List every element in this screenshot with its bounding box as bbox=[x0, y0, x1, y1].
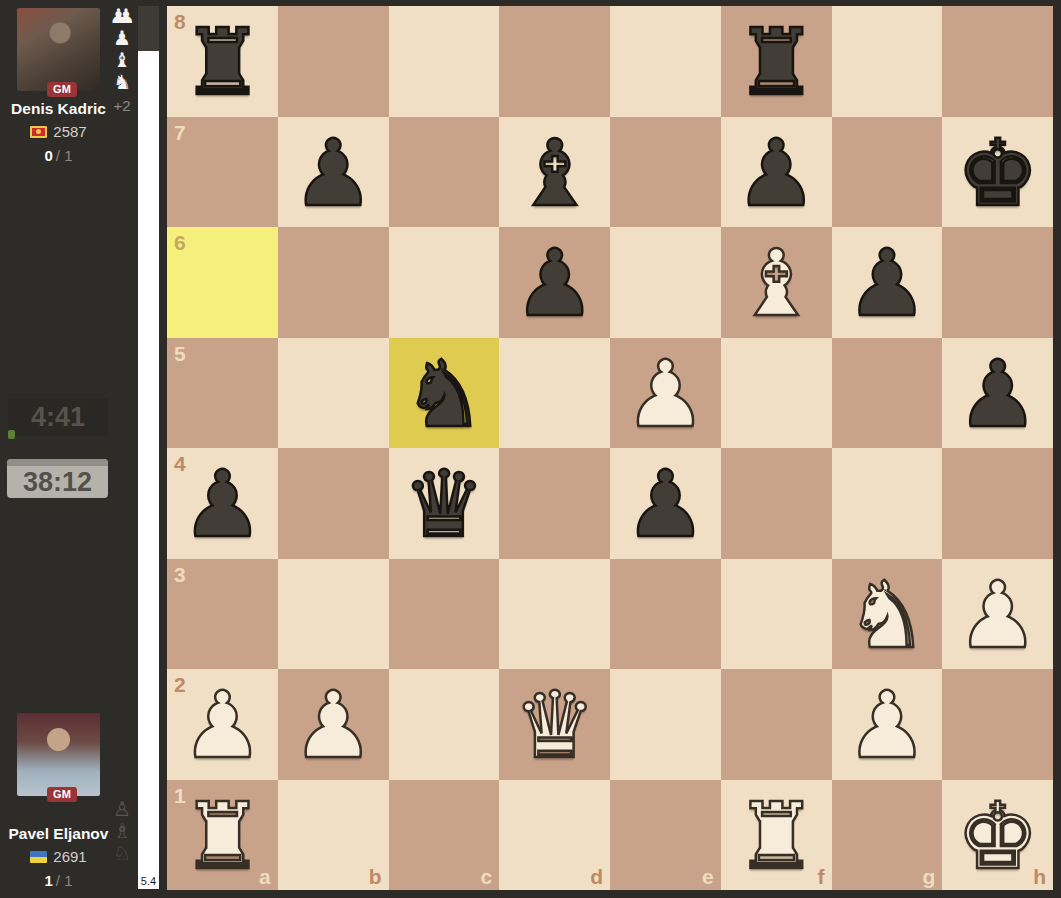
file-label-c: c bbox=[481, 866, 493, 887]
ukraine-flag-icon bbox=[30, 851, 47, 863]
square-f2[interactable] bbox=[721, 669, 832, 780]
player-rating-row-white: 2691 bbox=[0, 848, 117, 865]
square-f3[interactable] bbox=[721, 559, 832, 670]
piece-black-pawn-f7[interactable]: ♟ bbox=[735, 128, 817, 220]
square-h7[interactable]: ♚ bbox=[942, 117, 1053, 228]
player-name-white: Pavel Eljanov bbox=[0, 825, 117, 843]
square-e8[interactable] bbox=[610, 6, 721, 117]
square-a3[interactable]: 3 bbox=[167, 559, 278, 670]
piece-white-knight-g3[interactable]: ♞ bbox=[846, 570, 928, 662]
piece-black-rook-a8[interactable]: ♜ bbox=[181, 17, 263, 109]
square-c5[interactable]: ♞ bbox=[389, 338, 500, 449]
square-g4[interactable] bbox=[832, 448, 943, 559]
square-g7[interactable] bbox=[832, 117, 943, 228]
player-score-black: 0/ 1 bbox=[0, 147, 117, 164]
piece-black-pawn-g6[interactable]: ♟ bbox=[846, 238, 928, 330]
square-h4[interactable] bbox=[942, 448, 1053, 559]
clock-black-time: 4:41 bbox=[31, 402, 85, 432]
rank-label-5: 5 bbox=[174, 343, 186, 364]
player-rating-white: 2691 bbox=[53, 848, 86, 865]
piece-black-bishop-d7[interactable]: ♝ bbox=[513, 128, 595, 220]
captured-pawn-icon: ♙ bbox=[109, 798, 135, 820]
player-name-black: Denis Kadric bbox=[0, 100, 117, 118]
square-f6[interactable]: ♝ bbox=[721, 227, 832, 338]
player-photo-black: GM bbox=[17, 8, 100, 91]
piece-black-pawn-h5[interactable]: ♟ bbox=[956, 349, 1038, 441]
square-g8[interactable] bbox=[832, 6, 943, 117]
gm-badge-black: GM bbox=[47, 82, 77, 97]
square-d3[interactable] bbox=[499, 559, 610, 670]
square-f5[interactable] bbox=[721, 338, 832, 449]
square-d7[interactable]: ♝ bbox=[499, 117, 610, 228]
square-b5[interactable] bbox=[278, 338, 389, 449]
square-c6[interactable] bbox=[389, 227, 500, 338]
captured-pawn-pair-icon: ♟♟ bbox=[109, 5, 135, 27]
square-e3[interactable] bbox=[610, 559, 721, 670]
piece-white-bishop-f6[interactable]: ♝ bbox=[735, 238, 817, 330]
square-h8[interactable] bbox=[942, 6, 1053, 117]
player-photo-white: GM bbox=[17, 713, 100, 796]
square-g6[interactable]: ♟ bbox=[832, 227, 943, 338]
piece-black-pawn-e4[interactable]: ♟ bbox=[624, 459, 706, 551]
eval-bar-black-segment bbox=[138, 6, 159, 51]
square-g2[interactable]: ♟ bbox=[832, 669, 943, 780]
square-h1[interactable]: h♚ bbox=[942, 780, 1053, 891]
piece-white-rook-f1[interactable]: ♜ bbox=[735, 791, 817, 883]
piece-white-queen-d2[interactable]: ♛ bbox=[513, 680, 595, 772]
square-h3[interactable]: ♟ bbox=[942, 559, 1053, 670]
square-f4[interactable] bbox=[721, 448, 832, 559]
app-window: GM Denis Kadric 2587 0/ 1 ♟♟♟♝♞+2 4:41 3… bbox=[0, 0, 1061, 898]
piece-white-pawn-e5[interactable]: ♟ bbox=[624, 349, 706, 441]
square-a8[interactable]: 8♜ bbox=[167, 6, 278, 117]
square-b1[interactable]: b bbox=[278, 780, 389, 891]
piece-black-pawn-d6[interactable]: ♟ bbox=[513, 238, 595, 330]
piece-black-pawn-a4[interactable]: ♟ bbox=[181, 459, 263, 551]
captured-knight-icon: ♘ bbox=[109, 842, 135, 864]
square-d2[interactable]: ♛ bbox=[499, 669, 610, 780]
square-d4[interactable] bbox=[499, 448, 610, 559]
piece-black-knight-c5[interactable]: ♞ bbox=[403, 349, 485, 441]
square-a1[interactable]: 1a♜ bbox=[167, 780, 278, 891]
piece-black-king-h7[interactable]: ♚ bbox=[956, 128, 1038, 220]
square-e6[interactable] bbox=[610, 227, 721, 338]
square-e7[interactable] bbox=[610, 117, 721, 228]
square-c3[interactable] bbox=[389, 559, 500, 670]
square-b2[interactable]: ♟ bbox=[278, 669, 389, 780]
player-rating-row-black: 2587 bbox=[0, 123, 117, 140]
file-label-b: b bbox=[369, 866, 382, 887]
piece-white-pawn-h3[interactable]: ♟ bbox=[956, 570, 1038, 662]
piece-white-rook-a1[interactable]: ♜ bbox=[181, 791, 263, 883]
captured-bishop-icon: ♗ bbox=[109, 820, 135, 842]
file-label-f: f bbox=[818, 866, 825, 887]
square-b6[interactable] bbox=[278, 227, 389, 338]
square-a2[interactable]: 2♟ bbox=[167, 669, 278, 780]
square-c7[interactable] bbox=[389, 117, 500, 228]
square-c2[interactable] bbox=[389, 669, 500, 780]
square-c4[interactable]: ♛ bbox=[389, 448, 500, 559]
score-value-white: 1 bbox=[44, 872, 52, 889]
square-b4[interactable] bbox=[278, 448, 389, 559]
piece-white-pawn-b2[interactable]: ♟ bbox=[292, 680, 374, 772]
square-a6[interactable]: 6 bbox=[167, 227, 278, 338]
montenegro-flag-icon bbox=[30, 126, 47, 138]
clock-white-progress-track bbox=[7, 459, 108, 466]
captured-pieces-black-tray: ♟♟♟♝♞+2 bbox=[109, 5, 135, 114]
square-h5[interactable]: ♟ bbox=[942, 338, 1053, 449]
score-total-white: / 1 bbox=[56, 872, 73, 889]
square-g3[interactable]: ♞ bbox=[832, 559, 943, 670]
gm-badge-white: GM bbox=[47, 787, 77, 802]
square-d5[interactable] bbox=[499, 338, 610, 449]
square-c1[interactable]: c bbox=[389, 780, 500, 891]
piece-white-pawn-a2[interactable]: ♟ bbox=[181, 680, 263, 772]
square-a7[interactable]: 7 bbox=[167, 117, 278, 228]
rank-label-3: 3 bbox=[174, 564, 186, 585]
piece-white-pawn-g2[interactable]: ♟ bbox=[846, 680, 928, 772]
clock-black-progress bbox=[8, 430, 15, 439]
piece-black-queen-c4[interactable]: ♛ bbox=[403, 459, 485, 551]
file-label-e: e bbox=[702, 866, 714, 887]
piece-white-king-h1[interactable]: ♚ bbox=[956, 791, 1038, 883]
clock-white: 38:12 bbox=[7, 459, 108, 498]
square-g1[interactable]: g bbox=[832, 780, 943, 891]
square-f7[interactable]: ♟ bbox=[721, 117, 832, 228]
sidebar: GM Denis Kadric 2587 0/ 1 ♟♟♟♝♞+2 4:41 3… bbox=[0, 0, 138, 898]
square-e4[interactable]: ♟ bbox=[610, 448, 721, 559]
rank-label-7: 7 bbox=[174, 122, 186, 143]
chess-board[interactable]: 8♜♜7♟♝♟♚6♟♝♟5♞♟♟4♟♛♟3♞♟2♟♟♛♟1a♜bcdef♜gh♚ bbox=[167, 6, 1053, 890]
captured-pieces-white-tray: ♙♗♘ bbox=[109, 798, 135, 864]
square-e2[interactable] bbox=[610, 669, 721, 780]
score-total-black: / 1 bbox=[56, 147, 73, 164]
clock-white-time: 38:12 bbox=[7, 466, 108, 498]
square-c8[interactable] bbox=[389, 6, 500, 117]
rank-label-6: 6 bbox=[174, 232, 186, 253]
piece-black-pawn-b7[interactable]: ♟ bbox=[292, 128, 374, 220]
eval-value: 5.4 bbox=[138, 875, 159, 887]
captured-bishop-icon: ♝ bbox=[109, 49, 135, 71]
square-b8[interactable] bbox=[278, 6, 389, 117]
captured-knight-icon: ♞ bbox=[109, 71, 135, 93]
square-g5[interactable] bbox=[832, 338, 943, 449]
square-a4[interactable]: 4♟ bbox=[167, 448, 278, 559]
square-e1[interactable]: e bbox=[610, 780, 721, 891]
file-label-g: g bbox=[922, 866, 935, 887]
score-value-black: 0 bbox=[44, 147, 52, 164]
square-a5[interactable]: 5 bbox=[167, 338, 278, 449]
eval-bar: 5.4 bbox=[138, 6, 159, 889]
player-rating-black: 2587 bbox=[53, 123, 86, 140]
player-score-white: 1/ 1 bbox=[0, 872, 117, 889]
square-f8[interactable]: ♜ bbox=[721, 6, 832, 117]
square-d8[interactable] bbox=[499, 6, 610, 117]
square-d6[interactable]: ♟ bbox=[499, 227, 610, 338]
square-h6[interactable] bbox=[942, 227, 1053, 338]
square-b7[interactable]: ♟ bbox=[278, 117, 389, 228]
square-f1[interactable]: f♜ bbox=[721, 780, 832, 891]
square-d1[interactable]: d bbox=[499, 780, 610, 891]
square-e5[interactable]: ♟ bbox=[610, 338, 721, 449]
material-advantage: +2 bbox=[109, 97, 135, 114]
square-h2[interactable] bbox=[942, 669, 1053, 780]
piece-black-rook-f8[interactable]: ♜ bbox=[735, 17, 817, 109]
captured-pawn-icon: ♟ bbox=[109, 27, 135, 49]
file-label-d: d bbox=[590, 866, 603, 887]
clock-black: 4:41 bbox=[8, 398, 108, 436]
square-b3[interactable] bbox=[278, 559, 389, 670]
